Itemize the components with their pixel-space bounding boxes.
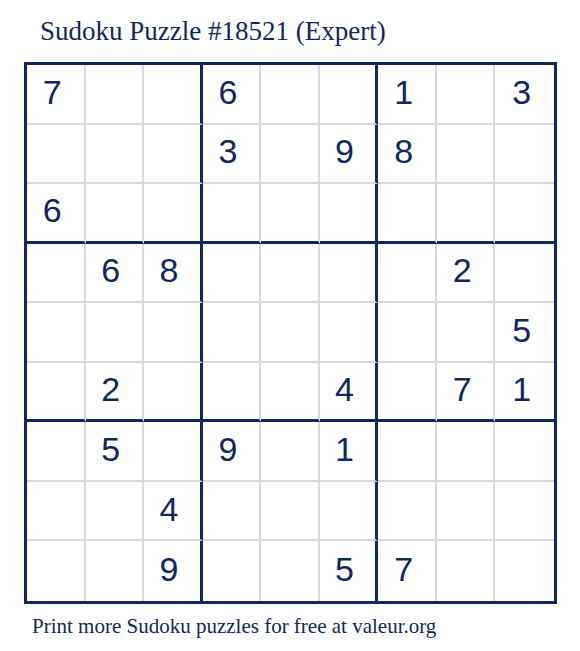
cell-r5c4 [203, 303, 262, 363]
cell-r7c4: 9 [203, 422, 262, 482]
cell-r5c1 [27, 303, 86, 363]
cell-r5c5 [261, 303, 320, 363]
cell-r9c2 [86, 541, 145, 601]
cell-r8c2 [86, 482, 145, 542]
given-digit: 7 [453, 372, 472, 406]
cell-r6c8: 7 [437, 363, 496, 423]
cell-r5c3 [144, 303, 203, 363]
cell-r7c3 [144, 422, 203, 482]
cell-r7c2: 5 [86, 422, 145, 482]
cell-r8c1 [27, 482, 86, 542]
cell-r9c4 [203, 541, 262, 601]
cell-r8c7 [378, 482, 437, 542]
cell-r3c3 [144, 184, 203, 244]
cell-r4c6 [320, 244, 379, 304]
cell-r4c1 [27, 244, 86, 304]
cell-r4c3: 8 [144, 244, 203, 304]
cell-r2c6: 9 [320, 125, 379, 185]
given-digit: 4 [335, 372, 354, 406]
given-digit: 1 [394, 75, 413, 109]
given-digit: 4 [159, 492, 178, 526]
cell-r3c1: 6 [27, 184, 86, 244]
cell-r8c9 [495, 482, 554, 542]
given-digit: 5 [101, 432, 120, 466]
cell-r1c4: 6 [203, 65, 262, 125]
page-title: Sudoku Puzzle #18521 (Expert) [40, 17, 386, 45]
cell-r1c6 [320, 65, 379, 125]
cell-r3c2 [86, 184, 145, 244]
given-digit: 3 [512, 75, 531, 109]
cell-r2c7: 8 [378, 125, 437, 185]
given-digit: 6 [218, 75, 237, 109]
cell-r1c5 [261, 65, 320, 125]
footer-text: Print more Sudoku puzzles for free at va… [32, 614, 436, 638]
cell-r7c7 [378, 422, 437, 482]
cell-r3c9 [495, 184, 554, 244]
cell-r1c1: 7 [27, 65, 86, 125]
cell-r6c7 [378, 363, 437, 423]
cell-r2c9 [495, 125, 554, 185]
cell-r5c7 [378, 303, 437, 363]
cell-r5c2 [86, 303, 145, 363]
cell-r7c6: 1 [320, 422, 379, 482]
cell-r4c4 [203, 244, 262, 304]
cell-r6c3 [144, 363, 203, 423]
cell-r2c2 [86, 125, 145, 185]
cell-r9c3: 9 [144, 541, 203, 601]
given-digit: 7 [394, 552, 413, 586]
given-digit: 7 [43, 75, 62, 109]
given-digit: 2 [101, 372, 120, 406]
given-digit: 9 [159, 552, 178, 586]
given-digit: 6 [43, 193, 62, 227]
cell-r8c5 [261, 482, 320, 542]
cell-r4c5 [261, 244, 320, 304]
cell-r9c9 [495, 541, 554, 601]
cell-r6c6: 4 [320, 363, 379, 423]
cell-r3c5 [261, 184, 320, 244]
cell-r9c6: 5 [320, 541, 379, 601]
given-digit: 8 [159, 253, 178, 287]
cell-r5c9: 5 [495, 303, 554, 363]
cell-r6c1 [27, 363, 86, 423]
cell-r7c5 [261, 422, 320, 482]
given-digit: 6 [101, 253, 120, 287]
cell-r7c8 [437, 422, 496, 482]
cell-r6c5 [261, 363, 320, 423]
cell-r1c9: 3 [495, 65, 554, 125]
cell-r8c6 [320, 482, 379, 542]
given-digit: 1 [335, 432, 354, 466]
given-digit: 3 [218, 134, 237, 168]
cell-r6c4 [203, 363, 262, 423]
cell-r9c7: 7 [378, 541, 437, 601]
cell-r6c9: 1 [495, 363, 554, 423]
cell-r2c3 [144, 125, 203, 185]
cell-r9c5 [261, 541, 320, 601]
given-digit: 9 [218, 432, 237, 466]
cell-r8c3: 4 [144, 482, 203, 542]
cell-r9c1 [27, 541, 86, 601]
cell-r2c1 [27, 125, 86, 185]
cell-r3c7 [378, 184, 437, 244]
given-digit: 1 [512, 372, 531, 406]
cell-r2c8 [437, 125, 496, 185]
cell-r4c2: 6 [86, 244, 145, 304]
given-digit: 5 [512, 313, 531, 347]
given-digit: 9 [335, 134, 354, 168]
cell-r4c8: 2 [437, 244, 496, 304]
cell-r7c1 [27, 422, 86, 482]
cell-r5c6 [320, 303, 379, 363]
cell-r2c4: 3 [203, 125, 262, 185]
cell-r8c4 [203, 482, 262, 542]
cell-r4c9 [495, 244, 554, 304]
cell-r2c5 [261, 125, 320, 185]
cell-r8c8 [437, 482, 496, 542]
cell-r1c8 [437, 65, 496, 125]
cell-r9c8 [437, 541, 496, 601]
cell-r3c8 [437, 184, 496, 244]
cell-r3c4 [203, 184, 262, 244]
cell-r1c2 [86, 65, 145, 125]
cell-r1c7: 1 [378, 65, 437, 125]
sudoku-board: 76133986682524715914957 [24, 62, 557, 604]
cell-r5c8 [437, 303, 496, 363]
cell-r6c2: 2 [86, 363, 145, 423]
given-digit: 5 [335, 552, 354, 586]
cell-r4c7 [378, 244, 437, 304]
cell-r3c6 [320, 184, 379, 244]
given-digit: 2 [453, 253, 472, 287]
cell-r1c3 [144, 65, 203, 125]
given-digit: 8 [394, 134, 413, 168]
cell-r7c9 [495, 422, 554, 482]
